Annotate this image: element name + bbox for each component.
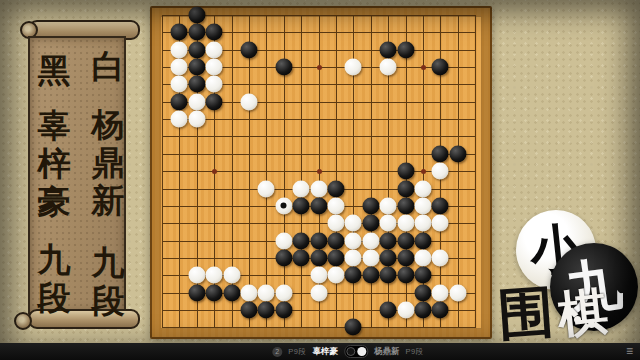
white-stone[interactable] — [310, 284, 327, 301]
white-stone[interactable] — [345, 59, 362, 76]
black-stone[interactable] — [397, 232, 414, 249]
white-player-name: 杨鼎新 — [92, 106, 125, 220]
scroll-character: 杨 — [92, 106, 125, 144]
black-rank-badge: P9段 — [288, 347, 306, 357]
white-stone[interactable] — [380, 59, 397, 76]
white-stone[interactable] — [345, 232, 362, 249]
bottom-bar: 2 P9段 辜梓豪 杨鼎新 P9段 ≡ — [0, 343, 640, 360]
white-stone[interactable] — [362, 232, 379, 249]
menu-icon[interactable]: ≡ — [626, 344, 633, 359]
black-player-rank: 九段 — [38, 241, 71, 317]
black-stone[interactable] — [310, 249, 327, 266]
white-stone[interactable] — [432, 284, 449, 301]
black-stone[interactable] — [188, 24, 205, 41]
black-stone[interactable] — [362, 267, 379, 284]
black-stone[interactable] — [293, 232, 310, 249]
bottom-black-name: 辜梓豪 — [313, 346, 339, 358]
black-stone[interactable] — [188, 76, 205, 93]
white-player-rank: 九段 — [92, 244, 125, 320]
black-stone[interactable] — [432, 145, 449, 162]
black-player-name: 辜梓豪 — [38, 107, 71, 221]
black-stone[interactable] — [275, 301, 292, 318]
go-board[interactable] — [150, 6, 492, 339]
white-stone[interactable] — [397, 301, 414, 318]
scroll-bottom-curl — [14, 312, 32, 330]
logo-char-wei: 围 — [495, 274, 556, 354]
white-stone[interactable] — [328, 197, 345, 214]
white-stone[interactable] — [415, 215, 432, 232]
white-stone[interactable] — [188, 93, 205, 110]
last-move-marker — [281, 203, 287, 209]
black-stone[interactable] — [397, 249, 414, 266]
black-stone[interactable] — [293, 249, 310, 266]
scroll-character: 白 — [92, 48, 125, 86]
white-stone[interactable] — [397, 215, 414, 232]
scroll-character: 黑 — [38, 52, 71, 90]
player-scroll: 白 杨鼎新 九段 黑 辜梓豪 九段 — [12, 12, 144, 342]
black-stone[interactable] — [345, 319, 362, 336]
scroll-character: 辜 — [38, 107, 71, 145]
black-stone[interactable] — [258, 301, 275, 318]
black-stone[interactable] — [188, 284, 205, 301]
black-stone[interactable] — [171, 24, 188, 41]
black-stone[interactable] — [328, 249, 345, 266]
white-stone[interactable] — [206, 59, 223, 76]
white-stone[interactable] — [449, 284, 466, 301]
scroll-character: 豪 — [38, 183, 71, 221]
white-stone[interactable] — [241, 93, 258, 110]
black-stone[interactable] — [310, 232, 327, 249]
white-rank-badge: P9段 — [406, 347, 424, 357]
white-stone[interactable] — [293, 180, 310, 197]
white-stone[interactable] — [415, 197, 432, 214]
black-stone[interactable] — [432, 59, 449, 76]
star-point — [317, 65, 322, 70]
black-stone[interactable] — [397, 163, 414, 180]
stone-color-toggle[interactable] — [344, 345, 368, 358]
bottom-bar-players: 2 P9段 辜梓豪 杨鼎新 P9段 — [272, 345, 423, 358]
white-stone[interactable] — [188, 267, 205, 284]
logo-dot-icon — [588, 321, 595, 328]
black-stone[interactable] — [206, 93, 223, 110]
white-stone[interactable] — [206, 76, 223, 93]
scroll-character: 新 — [92, 182, 125, 220]
white-stone[interactable] — [415, 180, 432, 197]
grid-line — [458, 15, 459, 328]
white-stone[interactable] — [241, 284, 258, 301]
logo-dot-icon — [574, 316, 581, 323]
star-point — [421, 65, 426, 70]
white-stone[interactable] — [432, 163, 449, 180]
white-stone[interactable] — [171, 76, 188, 93]
black-stone[interactable] — [432, 197, 449, 214]
white-stone[interactable] — [275, 284, 292, 301]
star-point — [212, 169, 217, 174]
black-stone[interactable] — [206, 24, 223, 41]
black-stone[interactable] — [415, 301, 432, 318]
black-stone[interactable] — [380, 301, 397, 318]
black-stone[interactable] — [362, 215, 379, 232]
white-stone[interactable] — [415, 249, 432, 266]
black-stone[interactable] — [345, 267, 362, 284]
logo-char-qi: 棋 — [555, 278, 612, 350]
black-stone[interactable] — [328, 232, 345, 249]
black-stone[interactable] — [380, 41, 397, 58]
black-stone[interactable] — [206, 284, 223, 301]
black-stone[interactable] — [293, 197, 310, 214]
scroll-character: 九 — [92, 244, 125, 282]
scroll-character: 梓 — [38, 145, 71, 183]
black-stone[interactable] — [310, 197, 327, 214]
club-logo: 小 九 围 棋 — [492, 180, 640, 345]
star-point — [317, 169, 322, 174]
star-point — [421, 169, 426, 174]
black-stone[interactable] — [241, 301, 258, 318]
scroll-character: 段 — [92, 282, 125, 320]
white-stone[interactable] — [362, 249, 379, 266]
black-stone[interactable] — [362, 197, 379, 214]
white-stone[interactable] — [188, 111, 205, 128]
black-stone[interactable] — [415, 267, 432, 284]
white-stone-icon — [357, 347, 366, 356]
black-stone[interactable] — [188, 59, 205, 76]
black-stone[interactable] — [415, 284, 432, 301]
black-stone[interactable] — [241, 41, 258, 58]
black-stone[interactable] — [380, 267, 397, 284]
white-stone[interactable] — [206, 41, 223, 58]
bottom-white-name: 杨鼎新 — [374, 346, 400, 358]
white-stone[interactable] — [345, 249, 362, 266]
black-stone[interactable] — [415, 232, 432, 249]
black-stone[interactable] — [449, 145, 466, 162]
white-stone[interactable] — [345, 215, 362, 232]
grid-line — [162, 327, 476, 328]
white-player-column: 白 杨鼎新 九段 — [88, 48, 128, 320]
white-stone[interactable] — [171, 59, 188, 76]
white-stone[interactable] — [223, 267, 240, 284]
white-stone[interactable] — [206, 267, 223, 284]
black-stone[interactable] — [275, 59, 292, 76]
white-stone[interactable] — [380, 215, 397, 232]
white-stone[interactable] — [328, 267, 345, 284]
black-stone-icon — [346, 347, 355, 356]
white-stone[interactable] — [432, 249, 449, 266]
board-grid[interactable] — [162, 15, 476, 328]
white-stone[interactable] — [328, 215, 345, 232]
grid-line — [475, 15, 476, 328]
white-stone[interactable] — [310, 180, 327, 197]
black-stone[interactable] — [380, 249, 397, 266]
white-stone[interactable] — [432, 215, 449, 232]
white-stone[interactable] — [380, 197, 397, 214]
black-color-label: 黑 — [38, 52, 71, 90]
move-count-badge: 2 — [272, 347, 282, 357]
black-stone[interactable] — [188, 7, 205, 24]
white-stone[interactable] — [275, 232, 292, 249]
black-stone[interactable] — [432, 301, 449, 318]
black-stone[interactable] — [397, 41, 414, 58]
white-color-label: 白 — [92, 48, 125, 86]
black-stone[interactable] — [223, 284, 240, 301]
white-stone[interactable] — [258, 284, 275, 301]
black-stone[interactable] — [171, 93, 188, 110]
white-stone[interactable] — [171, 111, 188, 128]
scroll-character: 九 — [38, 241, 71, 279]
black-stone[interactable] — [397, 180, 414, 197]
white-stone[interactable] — [275, 197, 292, 214]
white-stone[interactable] — [310, 267, 327, 284]
black-stone[interactable] — [397, 197, 414, 214]
scroll-character: 段 — [38, 279, 71, 317]
black-stone[interactable] — [397, 267, 414, 284]
scroll-character: 鼎 — [92, 144, 125, 182]
black-stone[interactable] — [188, 41, 205, 58]
white-stone[interactable] — [171, 41, 188, 58]
white-stone[interactable] — [258, 180, 275, 197]
black-player-column: 黑 辜梓豪 九段 — [34, 52, 74, 317]
black-stone[interactable] — [275, 249, 292, 266]
black-stone[interactable] — [328, 180, 345, 197]
black-stone[interactable] — [380, 232, 397, 249]
